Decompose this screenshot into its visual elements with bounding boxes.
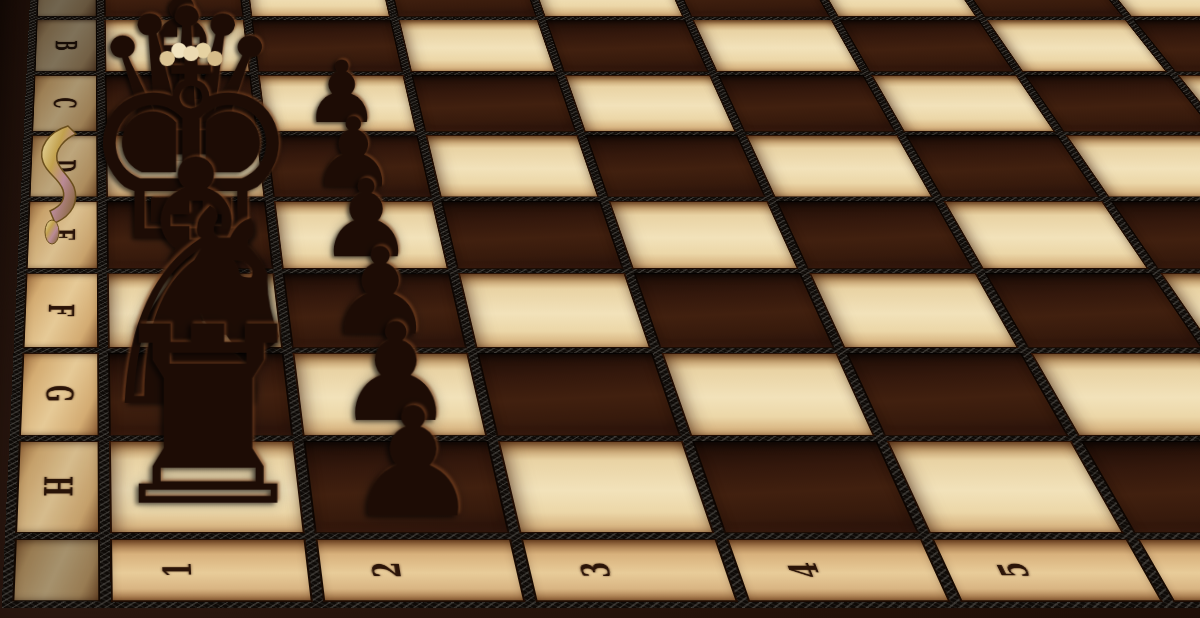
square-h5 — [887, 441, 1124, 533]
rank-label-4: 4 — [778, 562, 830, 578]
square-f5 — [809, 273, 1019, 348]
file-label-h: H — [35, 476, 81, 497]
rank-label-cell-3: 3 — [521, 539, 738, 602]
square-e5 — [776, 201, 974, 269]
square-a5 — [669, 0, 831, 17]
file-label-f: F — [41, 304, 82, 317]
square-b6 — [839, 20, 1014, 72]
square-b5 — [692, 20, 861, 72]
chess-board: ABC♝♟D♛♟E♚♟F♝♟G♞♟H♜♟12345678 — [0, 0, 1200, 618]
square-d4 — [586, 135, 766, 197]
square-d6 — [906, 135, 1100, 197]
rank-label-5: 5 — [986, 562, 1040, 578]
square-a3 — [386, 0, 537, 17]
square-e4 — [609, 201, 799, 269]
square-f3 — [458, 273, 651, 348]
rank-label-6: 6 — [1194, 562, 1200, 578]
square-e3 — [441, 201, 624, 269]
square-g3 — [477, 353, 681, 436]
square-c7 — [1024, 75, 1200, 132]
board-frame: ABC♝♟D♛♟E♚♟F♝♟G♞♟H♜♟12345678 — [0, 0, 1200, 618]
square-a4 — [527, 0, 683, 17]
rank-label-1: 1 — [154, 562, 201, 578]
square-h1: ♜ — [109, 441, 305, 533]
square-g6 — [1030, 353, 1200, 436]
rank-label-cell-2: 2 — [315, 539, 525, 602]
rank-label-cell-1: 1 — [110, 539, 313, 602]
file-label-cell-h: H — [15, 441, 100, 533]
square-c5 — [718, 75, 896, 132]
piece-black-pawn-h2: ♟ — [345, 392, 480, 535]
piece-black-rook-h1: ♜ — [97, 302, 318, 536]
square-b3 — [398, 20, 556, 72]
brass-clasp — [28, 124, 84, 246]
square-c4 — [565, 75, 737, 132]
rank-label-2: 2 — [362, 562, 410, 578]
clasp-hook — [42, 126, 76, 223]
square-g5 — [846, 353, 1069, 436]
rank-label-cell-6: 6 — [1137, 539, 1200, 602]
square-a7 — [951, 0, 1123, 17]
photo-background: ABC♝♟D♛♟E♚♟F♝♟G♞♟H♜♟12345678 — [0, 0, 1200, 618]
square-a6 — [810, 0, 977, 17]
rank-label-3: 3 — [570, 562, 620, 578]
square-h6 — [1081, 441, 1200, 533]
rank-label-cell-4: 4 — [726, 539, 950, 602]
board-grid: ABC♝♟D♛♟E♚♟F♝♟G♞♟H♜♟12345678 — [2, 0, 1200, 608]
file-label-g: G — [38, 385, 82, 402]
border-corner-cell — [12, 539, 100, 602]
square-g4 — [661, 353, 874, 436]
rank-label-cell-5: 5 — [932, 539, 1163, 602]
square-f4 — [634, 273, 835, 348]
square-b4 — [545, 20, 709, 72]
square-h3 — [498, 441, 715, 533]
clasp-pin — [45, 220, 59, 244]
square-h2: ♟ — [303, 441, 509, 533]
square-c6 — [871, 75, 1055, 132]
square-c3 — [411, 75, 576, 132]
square-d3 — [426, 135, 599, 197]
square-f6 — [985, 273, 1200, 348]
square-h4 — [692, 441, 919, 533]
square-d5 — [746, 135, 933, 197]
